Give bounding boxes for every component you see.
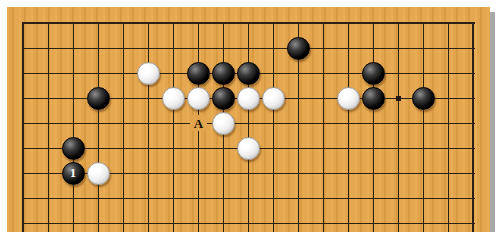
grid-vertical-line — [423, 22, 424, 232]
white-stone[interactable] — [187, 87, 210, 110]
diagram-page: A1 — [0, 0, 500, 232]
black-stone[interactable] — [87, 87, 110, 110]
black-stone[interactable] — [412, 87, 435, 110]
grid-vertical-line — [348, 22, 349, 232]
grid-horizontal-line — [22, 198, 475, 199]
black-stone[interactable] — [212, 87, 235, 110]
grid-horizontal-line — [22, 123, 475, 124]
grid-vertical-line — [398, 22, 399, 232]
point-label-A[interactable]: A — [190, 115, 207, 131]
grid-vertical-line — [73, 22, 74, 232]
grid-vertical-line — [273, 22, 274, 232]
white-stone[interactable] — [237, 137, 260, 160]
grid-vertical-line — [472, 22, 474, 232]
grid-horizontal-line — [22, 48, 475, 49]
hoshi-star-point — [396, 96, 401, 101]
black-stone[interactable] — [187, 62, 210, 85]
grid-horizontal-line — [22, 223, 475, 224]
grid-vertical-line — [148, 22, 149, 232]
white-stone[interactable] — [137, 62, 160, 85]
grid-vertical-line — [248, 22, 249, 232]
grid-vertical-line — [22, 22, 24, 232]
black-stone[interactable] — [362, 62, 385, 85]
grid-vertical-line — [323, 22, 324, 232]
grid-vertical-line — [373, 22, 374, 232]
black-stone[interactable] — [287, 37, 310, 60]
grid-vertical-line — [123, 22, 124, 232]
black-stone[interactable] — [237, 62, 260, 85]
grid-horizontal-line — [22, 22, 475, 24]
black-stone[interactable]: 1 — [62, 162, 85, 185]
white-stone[interactable] — [237, 87, 260, 110]
white-stone[interactable] — [212, 112, 235, 135]
black-stone[interactable] — [362, 87, 385, 110]
go-board[interactable]: A1 — [7, 7, 490, 232]
move-number-label: 1 — [70, 167, 76, 179]
black-stone[interactable] — [62, 137, 85, 160]
grid-vertical-line — [448, 22, 449, 232]
grid-vertical-line — [98, 22, 99, 232]
white-stone[interactable] — [337, 87, 360, 110]
black-stone[interactable] — [212, 62, 235, 85]
white-stone[interactable] — [162, 87, 185, 110]
grid-vertical-line — [173, 22, 174, 232]
white-stone[interactable] — [87, 162, 110, 185]
white-stone[interactable] — [262, 87, 285, 110]
grid-vertical-line — [48, 22, 49, 232]
